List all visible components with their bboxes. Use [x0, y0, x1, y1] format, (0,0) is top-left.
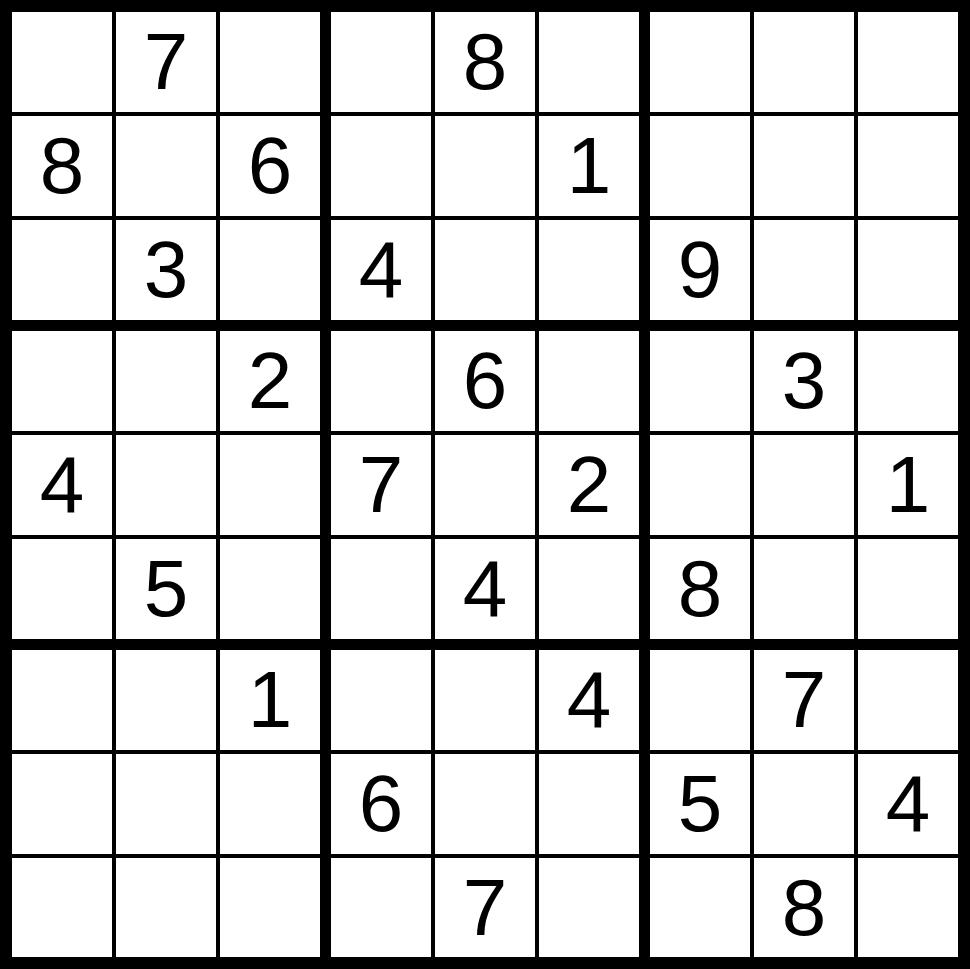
cell-r2c2[interactable] — [116, 116, 216, 216]
cell-r4c1[interactable] — [12, 331, 112, 431]
cell-r5c1[interactable]: 4 — [12, 435, 112, 535]
cell-r1c2[interactable]: 7 — [116, 12, 216, 112]
cell-r2c4[interactable] — [331, 116, 431, 216]
cell-r8c3[interactable] — [220, 754, 320, 854]
cell-r7c8[interactable]: 7 — [754, 650, 854, 750]
cell-r8c7[interactable]: 5 — [650, 754, 750, 854]
cell-r7c1[interactable] — [12, 650, 112, 750]
cell-r4c4[interactable] — [331, 331, 431, 431]
cell-r3c9[interactable] — [858, 220, 958, 320]
cell-r4c3[interactable]: 2 — [220, 331, 320, 431]
cell-r5c7[interactable] — [650, 435, 750, 535]
cell-r9c4[interactable] — [331, 858, 431, 957]
cell-r4c6[interactable] — [539, 331, 639, 431]
cell-r6c9[interactable] — [858, 539, 958, 639]
cell-r8c6[interactable] — [539, 754, 639, 854]
cell-r1c3[interactable] — [220, 12, 320, 112]
cell-r6c5[interactable]: 4 — [435, 539, 535, 639]
cell-r7c5[interactable] — [435, 650, 535, 750]
cell-r2c6[interactable]: 1 — [539, 116, 639, 216]
cell-r1c9[interactable] — [858, 12, 958, 112]
cell-r6c1[interactable] — [12, 539, 112, 639]
cell-r1c1[interactable] — [12, 12, 112, 112]
cell-r9c7[interactable] — [650, 858, 750, 957]
cell-r1c7[interactable] — [650, 12, 750, 112]
cell-r8c5[interactable] — [435, 754, 535, 854]
cell-r7c9[interactable] — [858, 650, 958, 750]
cell-r6c3[interactable] — [220, 539, 320, 639]
cell-r9c2[interactable] — [116, 858, 216, 957]
cell-r9c1[interactable] — [12, 858, 112, 957]
cell-r3c4[interactable]: 4 — [331, 220, 431, 320]
cell-r8c1[interactable] — [12, 754, 112, 854]
cell-r3c8[interactable] — [754, 220, 854, 320]
cell-r4c8[interactable]: 3 — [754, 331, 854, 431]
cell-r6c4[interactable] — [331, 539, 431, 639]
cell-r3c7[interactable]: 9 — [650, 220, 750, 320]
sudoku-board: 78861349263472154814765478 — [0, 0, 970, 969]
cell-r2c7[interactable] — [650, 116, 750, 216]
cell-r1c8[interactable] — [754, 12, 854, 112]
cell-r2c8[interactable] — [754, 116, 854, 216]
cell-r3c3[interactable] — [220, 220, 320, 320]
cell-r1c4[interactable] — [331, 12, 431, 112]
cell-r1c6[interactable] — [539, 12, 639, 112]
cell-r9c8[interactable]: 8 — [754, 858, 854, 957]
cell-r7c2[interactable] — [116, 650, 216, 750]
cell-r9c5[interactable]: 7 — [435, 858, 535, 957]
cell-r9c6[interactable] — [539, 858, 639, 957]
cell-r8c2[interactable] — [116, 754, 216, 854]
cell-r5c4[interactable]: 7 — [331, 435, 431, 535]
cell-r6c2[interactable]: 5 — [116, 539, 216, 639]
cell-r2c1[interactable]: 8 — [12, 116, 112, 216]
cell-r6c8[interactable] — [754, 539, 854, 639]
cell-r3c5[interactable] — [435, 220, 535, 320]
cell-r1c5[interactable]: 8 — [435, 12, 535, 112]
cell-r7c6[interactable]: 4 — [539, 650, 639, 750]
cell-r8c8[interactable] — [754, 754, 854, 854]
cell-r8c4[interactable]: 6 — [331, 754, 431, 854]
cell-r5c8[interactable] — [754, 435, 854, 535]
cell-r5c3[interactable] — [220, 435, 320, 535]
cell-r3c1[interactable] — [12, 220, 112, 320]
cell-r7c7[interactable] — [650, 650, 750, 750]
cell-r4c7[interactable] — [650, 331, 750, 431]
cell-r7c4[interactable] — [331, 650, 431, 750]
cell-r5c6[interactable]: 2 — [539, 435, 639, 535]
cell-r2c5[interactable] — [435, 116, 535, 216]
cell-r3c6[interactable] — [539, 220, 639, 320]
cell-r7c3[interactable]: 1 — [220, 650, 320, 750]
cell-r4c9[interactable] — [858, 331, 958, 431]
cell-r9c9[interactable] — [858, 858, 958, 957]
cell-r4c5[interactable]: 6 — [435, 331, 535, 431]
cell-r9c3[interactable] — [220, 858, 320, 957]
cell-r4c2[interactable] — [116, 331, 216, 431]
cell-r3c2[interactable]: 3 — [116, 220, 216, 320]
cell-r8c9[interactable]: 4 — [858, 754, 958, 854]
cell-r5c5[interactable] — [435, 435, 535, 535]
cell-r5c2[interactable] — [116, 435, 216, 535]
cell-r6c6[interactable] — [539, 539, 639, 639]
cell-r6c7[interactable]: 8 — [650, 539, 750, 639]
cell-r5c9[interactable]: 1 — [858, 435, 958, 535]
cell-r2c9[interactable] — [858, 116, 958, 216]
cell-r2c3[interactable]: 6 — [220, 116, 320, 216]
